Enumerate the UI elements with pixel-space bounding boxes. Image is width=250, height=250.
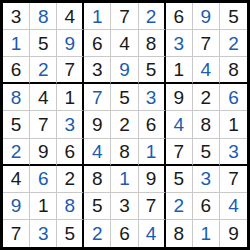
cell-r2c7[interactable]: 3 — [166, 30, 193, 57]
cell-r7c3[interactable]: 2 — [57, 166, 84, 193]
cell-r6c4[interactable]: 4 — [84, 139, 111, 166]
cell-r7c4[interactable]: 8 — [84, 166, 111, 193]
cell-r5c8[interactable]: 8 — [193, 111, 220, 138]
cell-r2c3[interactable]: 9 — [57, 30, 84, 57]
cell-r4c7[interactable]: 9 — [166, 84, 193, 111]
cell-r2c8[interactable]: 7 — [193, 30, 220, 57]
cell-r7c8[interactable]: 3 — [193, 166, 220, 193]
cell-r2c5[interactable]: 4 — [111, 30, 138, 57]
cell-r7c5[interactable]: 1 — [111, 166, 138, 193]
cell-r3c5[interactable]: 9 — [111, 57, 138, 84]
cell-r4c1[interactable]: 8 — [3, 84, 30, 111]
cell-r2c4[interactable]: 6 — [84, 30, 111, 57]
cell-r1c9[interactable]: 5 — [220, 3, 247, 30]
cell-r9c7[interactable]: 8 — [166, 220, 193, 247]
cell-r8c5[interactable]: 3 — [111, 193, 138, 220]
cell-r3c6[interactable]: 5 — [139, 57, 166, 84]
cell-r9c2[interactable]: 3 — [30, 220, 57, 247]
cell-r5c9[interactable]: 1 — [220, 111, 247, 138]
cell-r6c8[interactable]: 5 — [193, 139, 220, 166]
cell-r8c3[interactable]: 8 — [57, 193, 84, 220]
cell-r7c6[interactable]: 9 — [139, 166, 166, 193]
cell-r8c6[interactable]: 7 — [139, 193, 166, 220]
cell-r1c5[interactable]: 7 — [111, 3, 138, 30]
cell-r4c6[interactable]: 3 — [139, 84, 166, 111]
cell-r8c4[interactable]: 5 — [84, 193, 111, 220]
cell-r9c6[interactable]: 4 — [139, 220, 166, 247]
cell-r1c3[interactable]: 4 — [57, 3, 84, 30]
cell-r4c9[interactable]: 6 — [220, 84, 247, 111]
cell-r3c2[interactable]: 2 — [30, 57, 57, 84]
cell-r8c1[interactable]: 9 — [3, 193, 30, 220]
cell-r5c7[interactable]: 4 — [166, 111, 193, 138]
cell-r6c1[interactable]: 2 — [3, 139, 30, 166]
cell-r8c7[interactable]: 2 — [166, 193, 193, 220]
cell-r5c3[interactable]: 3 — [57, 111, 84, 138]
cell-r9c4[interactable]: 2 — [84, 220, 111, 247]
cell-r6c7[interactable]: 7 — [166, 139, 193, 166]
cell-r8c9[interactable]: 4 — [220, 193, 247, 220]
cell-r1c8[interactable]: 9 — [193, 3, 220, 30]
cell-r5c4[interactable]: 9 — [84, 111, 111, 138]
cell-r2c1[interactable]: 1 — [3, 30, 30, 57]
cell-r8c2[interactable]: 1 — [30, 193, 57, 220]
cell-r1c7[interactable]: 6 — [166, 3, 193, 30]
cell-r1c4[interactable]: 1 — [84, 3, 111, 30]
cell-r3c8[interactable]: 4 — [193, 57, 220, 84]
cell-r5c2[interactable]: 7 — [30, 111, 57, 138]
cell-r4c2[interactable]: 4 — [30, 84, 57, 111]
cell-r3c9[interactable]: 8 — [220, 57, 247, 84]
cell-r8c8[interactable]: 6 — [193, 193, 220, 220]
cell-r6c3[interactable]: 6 — [57, 139, 84, 166]
cell-r2c9[interactable]: 2 — [220, 30, 247, 57]
cell-r1c6[interactable]: 2 — [139, 3, 166, 30]
cell-r9c8[interactable]: 1 — [193, 220, 220, 247]
cell-r6c6[interactable]: 1 — [139, 139, 166, 166]
cell-r2c6[interactable]: 8 — [139, 30, 166, 57]
cell-r6c9[interactable]: 3 — [220, 139, 247, 166]
cell-r6c2[interactable]: 9 — [30, 139, 57, 166]
cell-r9c9[interactable]: 9 — [220, 220, 247, 247]
cell-r7c2[interactable]: 6 — [30, 166, 57, 193]
cell-r3c1[interactable]: 6 — [3, 57, 30, 84]
cell-r3c4[interactable]: 3 — [84, 57, 111, 84]
cell-r9c1[interactable]: 7 — [3, 220, 30, 247]
cell-r6c5[interactable]: 8 — [111, 139, 138, 166]
cell-r4c5[interactable]: 5 — [111, 84, 138, 111]
cell-r4c8[interactable]: 2 — [193, 84, 220, 111]
cell-r3c3[interactable]: 7 — [57, 57, 84, 84]
cell-r4c4[interactable]: 7 — [84, 84, 111, 111]
cell-r9c3[interactable]: 5 — [57, 220, 84, 247]
cell-r2c2[interactable]: 5 — [30, 30, 57, 57]
cell-r1c1[interactable]: 3 — [3, 3, 30, 30]
cell-r1c2[interactable]: 8 — [30, 3, 57, 30]
cell-r7c1[interactable]: 4 — [3, 166, 30, 193]
cell-r9c5[interactable]: 6 — [111, 220, 138, 247]
cell-r5c6[interactable]: 6 — [139, 111, 166, 138]
cell-r4c3[interactable]: 1 — [57, 84, 84, 111]
cell-r7c9[interactable]: 7 — [220, 166, 247, 193]
cell-r5c1[interactable]: 5 — [3, 111, 30, 138]
sudoku-board: 3841726951596483726273951488417539265739… — [0, 0, 250, 250]
cell-r5c5[interactable]: 2 — [111, 111, 138, 138]
cell-r7c7[interactable]: 5 — [166, 166, 193, 193]
cell-r3c7[interactable]: 1 — [166, 57, 193, 84]
